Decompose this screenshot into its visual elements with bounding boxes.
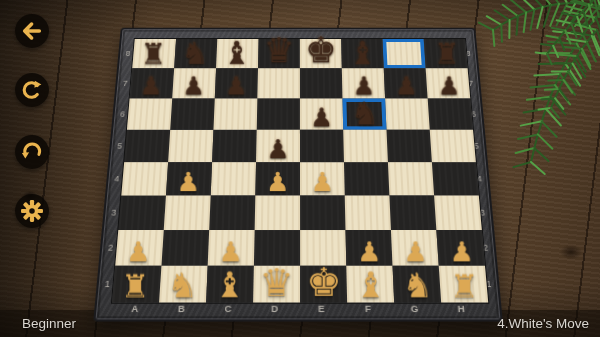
piece-white-pawn[interactable]: ♟	[126, 238, 150, 265]
coordinate-label: F	[344, 302, 391, 317]
square-c4[interactable]	[211, 162, 256, 195]
square-h2[interactable]: ♟	[436, 230, 485, 266]
board-scene: 87654321 87654321 ♜♞♝♛♚♝♜♟♟♟♟♟♟♟♞♟♟♟♟♟♟♟…	[88, 0, 508, 337]
square-g8[interactable]	[382, 39, 425, 68]
file-labels: ABCDEFGH	[111, 302, 485, 317]
piece-white-queen[interactable]: ♛	[259, 264, 293, 302]
piece-black-pawn[interactable]: ♟	[225, 73, 248, 98]
square-g3[interactable]	[389, 196, 436, 230]
piece-white-pawn[interactable]: ♟	[403, 238, 427, 265]
square-f8[interactable]: ♝	[341, 39, 384, 68]
square-h1[interactable]: ♜	[439, 266, 488, 303]
square-g4[interactable]	[388, 162, 434, 195]
square-a3[interactable]	[118, 196, 166, 230]
square-f2[interactable]: ♟	[346, 230, 393, 266]
square-b6[interactable]	[170, 99, 215, 130]
square-h4[interactable]	[432, 162, 479, 195]
square-d8[interactable]: ♛	[258, 39, 300, 68]
coordinate-label: G	[391, 302, 438, 317]
piece-white-pawn[interactable]: ♟	[450, 238, 474, 265]
undo-curved-arrow-icon	[19, 139, 45, 165]
square-b2[interactable]	[161, 230, 209, 266]
square-g7[interactable]: ♟	[384, 68, 428, 98]
piece-black-pawn[interactable]: ♟	[140, 73, 163, 98]
square-f4[interactable]	[344, 162, 389, 195]
square-e5[interactable]	[300, 130, 344, 162]
piece-white-bishop[interactable]: ♝	[355, 267, 387, 302]
square-f5[interactable]	[343, 130, 388, 162]
square-f3[interactable]	[345, 196, 391, 230]
gear-icon	[19, 198, 45, 224]
piece-white-pawn[interactable]: ♟	[311, 169, 335, 195]
square-b3[interactable]	[164, 196, 211, 230]
square-b7[interactable]: ♟	[172, 68, 216, 98]
square-b5[interactable]	[168, 130, 213, 162]
piece-black-pawn[interactable]: ♟	[310, 104, 333, 130]
square-a1[interactable]: ♜	[112, 266, 161, 303]
square-d1[interactable]: ♛	[253, 266, 300, 303]
square-e3[interactable]	[300, 196, 345, 230]
square-d7[interactable]	[257, 68, 300, 98]
square-a2[interactable]: ♟	[115, 230, 164, 266]
clockwise-circle-arrow-icon	[19, 77, 45, 103]
back-button[interactable]	[15, 14, 49, 48]
square-e4[interactable]: ♟	[300, 162, 345, 195]
square-e7[interactable]	[300, 68, 343, 98]
square-c3[interactable]	[209, 196, 255, 230]
square-d4[interactable]: ♟	[255, 162, 300, 195]
square-h6[interactable]	[428, 99, 473, 130]
coordinate-label: C	[204, 302, 251, 317]
square-b8[interactable]: ♞	[174, 39, 217, 68]
square-h8[interactable]: ♜	[424, 39, 468, 68]
piece-white-king[interactable]: ♚	[306, 263, 341, 303]
square-a6[interactable]	[127, 99, 172, 130]
square-a4[interactable]	[121, 162, 168, 195]
piece-white-rook[interactable]: ♜	[450, 271, 479, 303]
coordinate-label: E	[298, 302, 345, 317]
difficulty-label: Beginner	[22, 316, 76, 331]
piece-white-bishop[interactable]: ♝	[214, 267, 246, 302]
coordinate-label: B	[158, 302, 205, 317]
square-f7[interactable]: ♟	[342, 68, 385, 98]
piece-white-pawn[interactable]: ♟	[219, 238, 243, 265]
board-grid: ♜♞♝♛♚♝♜♟♟♟♟♟♟♟♞♟♟♟♟♟♟♟♟♟♜♞♝♛♚♝♞♜	[112, 39, 488, 303]
piece-black-pawn[interactable]: ♟	[266, 136, 289, 162]
back-arrow-icon	[19, 18, 45, 44]
move-indicator: 4.White's Move	[497, 316, 589, 331]
piece-black-pawn[interactable]: ♟	[438, 73, 461, 98]
piece-black-king[interactable]: ♚	[305, 33, 337, 68]
coordinate-label: H	[437, 302, 485, 317]
piece-white-pawn[interactable]: ♟	[357, 238, 381, 265]
square-f6[interactable]: ♞	[343, 99, 387, 130]
piece-black-queen[interactable]: ♛	[264, 34, 295, 68]
undo-button[interactable]	[15, 135, 49, 169]
square-a7[interactable]: ♟	[130, 68, 175, 98]
square-a5[interactable]	[124, 130, 170, 162]
square-d6[interactable]	[257, 99, 300, 130]
square-h7[interactable]: ♟	[426, 68, 471, 98]
square-c8[interactable]: ♝	[216, 39, 259, 68]
piece-white-pawn[interactable]: ♟	[266, 169, 290, 195]
coordinate-label: D	[251, 302, 298, 317]
square-g6[interactable]	[385, 99, 430, 130]
piece-black-pawn[interactable]: ♟	[182, 73, 205, 98]
square-h3[interactable]	[434, 196, 482, 230]
piece-white-rook[interactable]: ♜	[121, 271, 150, 303]
piece-black-rook[interactable]: ♜	[434, 40, 460, 69]
piece-black-knight[interactable]: ♞	[351, 98, 379, 129]
square-e1[interactable]: ♚	[300, 266, 347, 303]
piece-white-knight[interactable]: ♞	[402, 268, 433, 302]
restart-button[interactable]	[15, 73, 49, 107]
chess-board: 87654321 87654321 ♜♞♝♛♚♝♜♟♟♟♟♟♟♟♞♟♟♟♟♟♟♟…	[93, 28, 503, 322]
piece-white-pawn[interactable]: ♟	[176, 169, 200, 195]
piece-black-bishop[interactable]: ♝	[349, 37, 377, 68]
square-c5[interactable]	[212, 130, 257, 162]
square-d3[interactable]	[255, 196, 300, 230]
square-c6[interactable]	[213, 99, 257, 130]
square-g2[interactable]: ♟	[391, 230, 439, 266]
square-g1[interactable]: ♞	[393, 266, 442, 303]
square-e8[interactable]: ♚	[300, 39, 342, 68]
piece-black-pawn[interactable]: ♟	[395, 73, 418, 98]
piece-black-rook[interactable]: ♜	[140, 40, 166, 69]
square-c1[interactable]: ♝	[206, 266, 254, 303]
piece-black-bishop[interactable]: ♝	[223, 37, 251, 68]
square-b1[interactable]: ♞	[159, 266, 208, 303]
square-c2[interactable]: ♟	[208, 230, 255, 266]
coordinate-label: A	[111, 302, 159, 317]
square-g5[interactable]	[386, 130, 431, 162]
square-f1[interactable]: ♝	[346, 266, 394, 303]
square-h5[interactable]	[430, 130, 476, 162]
square-c7[interactable]: ♟	[215, 68, 258, 98]
square-a8[interactable]: ♜	[132, 39, 176, 68]
square-d5[interactable]: ♟	[256, 130, 300, 162]
piece-black-knight[interactable]: ♞	[181, 38, 208, 68]
square-e6[interactable]: ♟	[300, 99, 343, 130]
piece-white-knight[interactable]: ♞	[167, 268, 198, 302]
square-b4[interactable]: ♟	[166, 162, 212, 195]
settings-button[interactable]	[15, 194, 49, 228]
